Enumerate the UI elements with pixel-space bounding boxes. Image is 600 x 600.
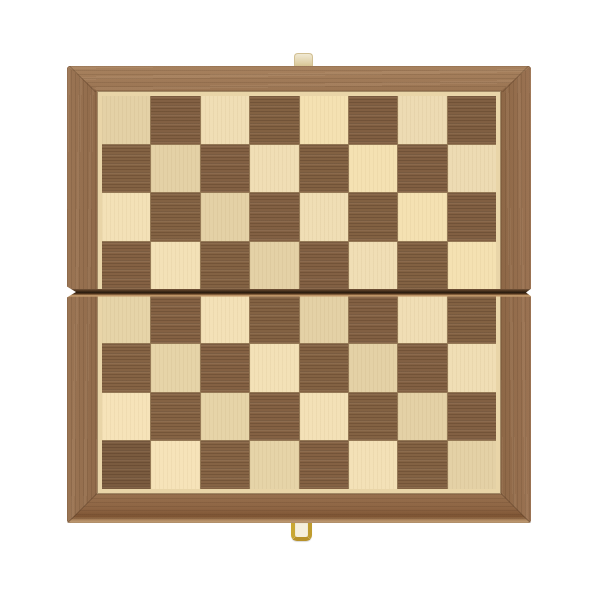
square-d4	[250, 296, 298, 344]
square-g5	[398, 242, 446, 290]
board-upper-half	[102, 96, 496, 290]
square-h4	[448, 296, 496, 344]
square-f5	[349, 242, 397, 290]
square-b1	[151, 441, 199, 489]
square-c7	[201, 145, 249, 193]
square-f2	[349, 393, 397, 441]
square-f6	[349, 193, 397, 241]
frame-top	[67, 66, 531, 91]
square-b4	[151, 296, 199, 344]
square-a3	[102, 344, 150, 392]
square-d5	[250, 242, 298, 290]
square-d2	[250, 393, 298, 441]
square-g6	[398, 193, 446, 241]
square-d6	[250, 193, 298, 241]
square-b7	[151, 145, 199, 193]
square-b6	[151, 193, 199, 241]
square-a8	[102, 96, 150, 144]
square-d8	[250, 96, 298, 144]
square-a2	[102, 393, 150, 441]
square-g2	[398, 393, 446, 441]
product-photo	[0, 0, 600, 600]
chess-board-box	[67, 66, 531, 523]
square-g4	[398, 296, 446, 344]
square-c2	[201, 393, 249, 441]
square-e6	[300, 193, 348, 241]
square-e8	[300, 96, 348, 144]
square-c8	[201, 96, 249, 144]
square-g7	[398, 145, 446, 193]
square-a5	[102, 242, 150, 290]
square-f3	[349, 344, 397, 392]
square-h7	[448, 145, 496, 193]
square-a4	[102, 296, 150, 344]
fold-seam	[67, 289, 531, 297]
square-d1	[250, 441, 298, 489]
square-a1	[102, 441, 150, 489]
square-g1	[398, 441, 446, 489]
square-e3	[300, 344, 348, 392]
square-f8	[349, 96, 397, 144]
clasp-latch	[291, 520, 312, 541]
square-e7	[300, 145, 348, 193]
board-lower-half	[102, 296, 496, 490]
square-h1	[448, 441, 496, 489]
square-a7	[102, 145, 150, 193]
square-d3	[250, 344, 298, 392]
square-c1	[201, 441, 249, 489]
square-e4	[300, 296, 348, 344]
square-b8	[151, 96, 199, 144]
square-b3	[151, 344, 199, 392]
square-e5	[300, 242, 348, 290]
square-b5	[151, 242, 199, 290]
square-f4	[349, 296, 397, 344]
square-h3	[448, 344, 496, 392]
square-g8	[398, 96, 446, 144]
square-h2	[448, 393, 496, 441]
square-e1	[300, 441, 348, 489]
square-h6	[448, 193, 496, 241]
square-a6	[102, 193, 150, 241]
square-f7	[349, 145, 397, 193]
square-c4	[201, 296, 249, 344]
square-c6	[201, 193, 249, 241]
square-e2	[300, 393, 348, 441]
square-f1	[349, 441, 397, 489]
square-g3	[398, 344, 446, 392]
square-c5	[201, 242, 249, 290]
square-b2	[151, 393, 199, 441]
square-d7	[250, 145, 298, 193]
frame-bottom	[67, 494, 531, 523]
square-h5	[448, 242, 496, 290]
square-h8	[448, 96, 496, 144]
square-c3	[201, 344, 249, 392]
